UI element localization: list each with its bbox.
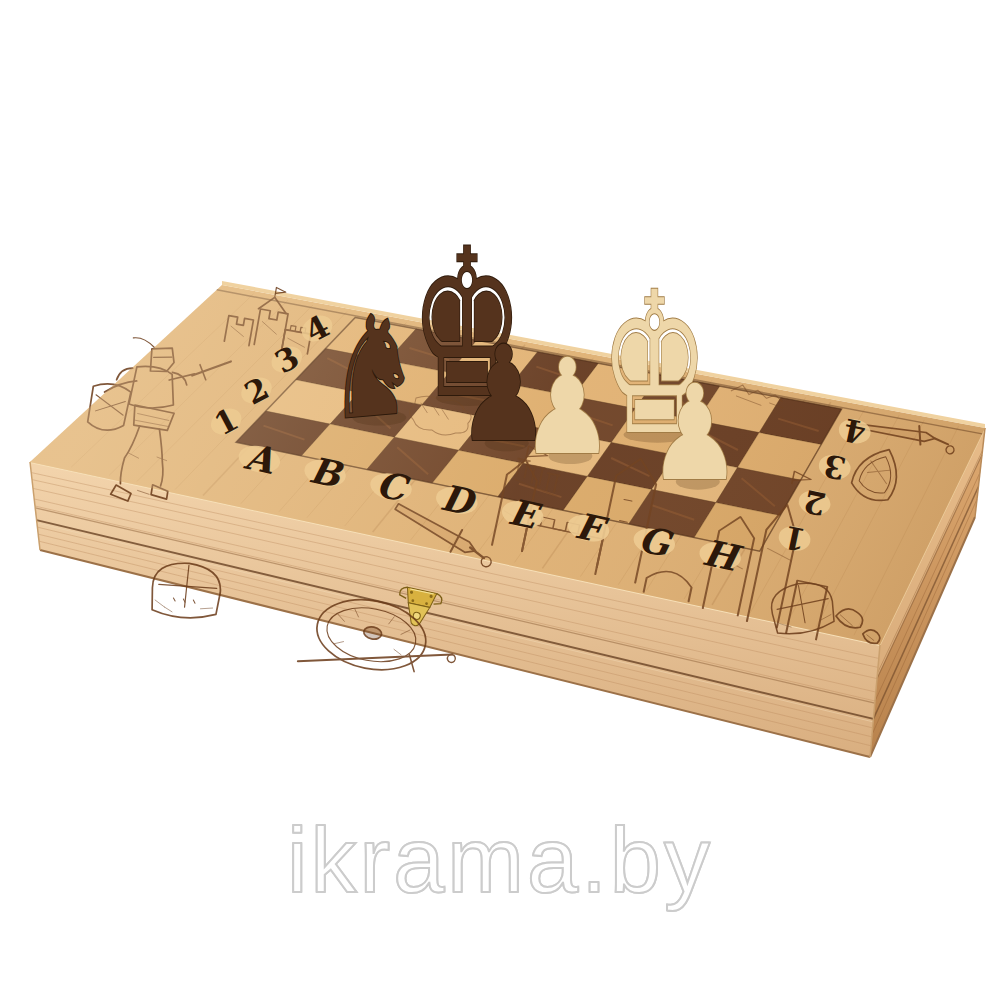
piece-light-pawn-g2: ♟	[647, 356, 742, 509]
watermark-text: ikrama.by	[0, 808, 1000, 913]
product-photo: ABCDEFGH11223344♚♞♚♟♟♟ ikrama.by	[0, 0, 1000, 1000]
piece-light-pawn-e2: ♟	[520, 331, 615, 484]
piece-dark-knight-b2: ♞	[317, 283, 427, 451]
